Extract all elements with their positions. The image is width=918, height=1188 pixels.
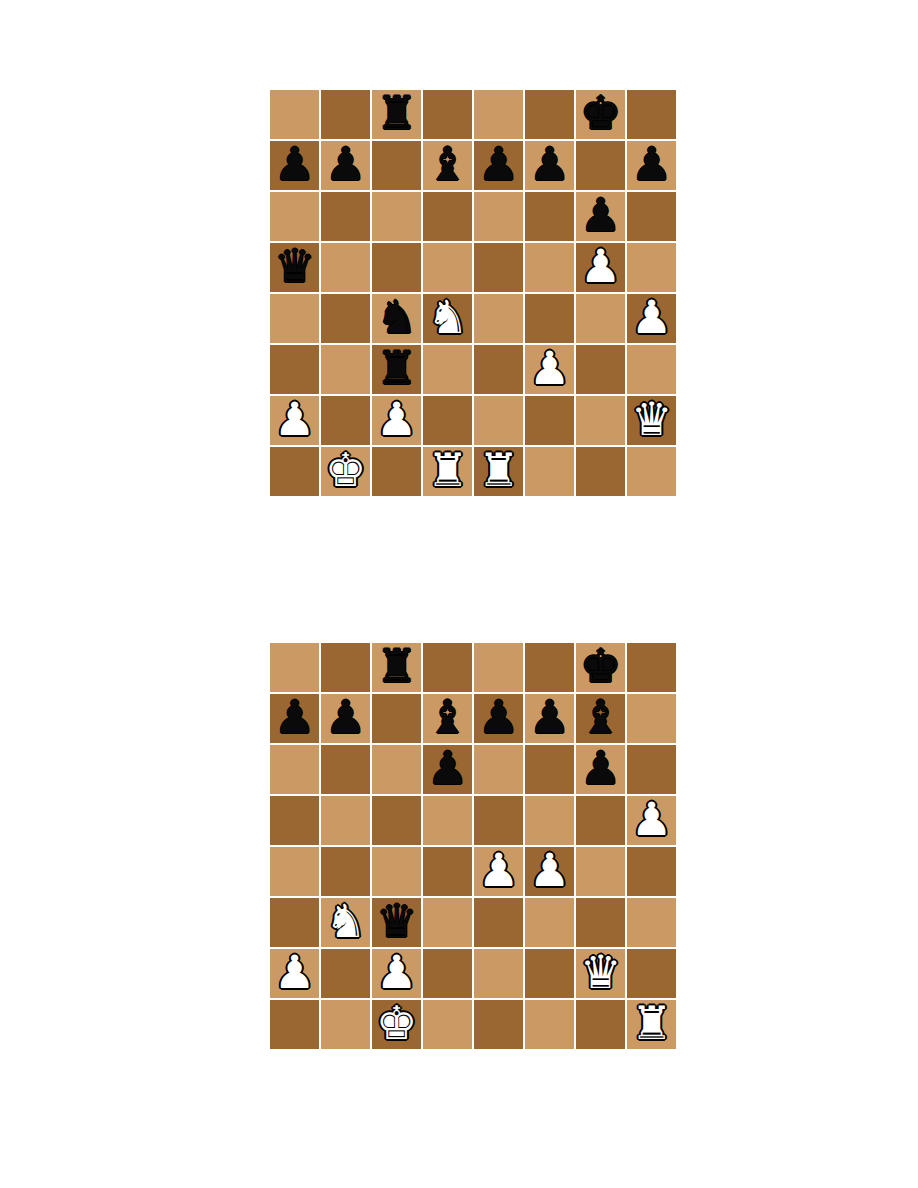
square-a6: [270, 192, 319, 241]
square-h1: ♜: [627, 1000, 676, 1049]
square-c7: [372, 141, 421, 190]
chess-board-top: ♜♚♟♟♝♟♟♟♟♛♟♞♞♟♜♟♟♟♛♚♜♜: [270, 90, 676, 496]
square-b8: [321, 90, 370, 139]
square-b3: [321, 345, 370, 394]
black-king: ♚: [580, 643, 621, 691]
square-e6: [474, 192, 523, 241]
square-g5: [576, 796, 625, 845]
white-pawn: ♟: [631, 796, 672, 844]
square-d4: [423, 847, 472, 896]
square-a2: ♟: [270, 949, 319, 998]
black-pawn: ♟: [529, 141, 570, 189]
square-h4: ♟: [627, 294, 676, 343]
square-c8: ♜: [372, 90, 421, 139]
square-d6: [423, 192, 472, 241]
square-f8: [525, 643, 574, 692]
square-h3: [627, 345, 676, 394]
square-f1: [525, 447, 574, 496]
square-f4: [525, 294, 574, 343]
black-bishop: ♝: [580, 694, 621, 742]
square-a3: [270, 345, 319, 394]
square-b3: ♞: [321, 898, 370, 947]
square-g1: [576, 447, 625, 496]
square-g8: ♚: [576, 90, 625, 139]
square-g2: [576, 396, 625, 445]
square-d5: [423, 243, 472, 292]
square-b7: ♟: [321, 141, 370, 190]
square-a7: ♟: [270, 694, 319, 743]
square-d6: ♟: [423, 745, 472, 794]
black-bishop: ♝: [427, 141, 468, 189]
square-a7: ♟: [270, 141, 319, 190]
black-pawn: ♟: [325, 141, 366, 189]
square-h2: ♛: [627, 396, 676, 445]
white-king: ♚: [376, 1000, 417, 1048]
square-e6: [474, 745, 523, 794]
square-d1: [423, 1000, 472, 1049]
square-g4: [576, 294, 625, 343]
square-e7: ♟: [474, 141, 523, 190]
square-g3: [576, 345, 625, 394]
square-e1: ♜: [474, 447, 523, 496]
square-a5: [270, 796, 319, 845]
square-f2: [525, 396, 574, 445]
black-pawn: ♟: [631, 141, 672, 189]
square-h1: [627, 447, 676, 496]
square-c8: ♜: [372, 643, 421, 692]
black-pawn: ♟: [427, 745, 468, 793]
square-g1: [576, 1000, 625, 1049]
square-b5: [321, 243, 370, 292]
black-bishop: ♝: [427, 694, 468, 742]
square-e4: ♟: [474, 847, 523, 896]
white-knight: ♞: [427, 294, 468, 342]
white-pawn: ♟: [478, 847, 519, 895]
white-queen: ♛: [631, 396, 672, 444]
square-d5: [423, 796, 472, 845]
square-d3: [423, 345, 472, 394]
square-f6: [525, 745, 574, 794]
white-pawn: ♟: [376, 949, 417, 997]
document-page: ♜♚♟♟♝♟♟♟♟♛♟♞♞♟♜♟♟♟♛♚♜♜ ♜♚♟♟♝♟♟♝♟♟♟♟♟♞♛♟♟…: [0, 0, 918, 1188]
square-d2: [423, 396, 472, 445]
square-c1: ♚: [372, 1000, 421, 1049]
black-pawn: ♟: [274, 694, 315, 742]
square-d8: [423, 90, 472, 139]
square-g7: ♝: [576, 694, 625, 743]
square-f8: [525, 90, 574, 139]
square-a1: [270, 447, 319, 496]
black-pawn: ♟: [529, 694, 570, 742]
square-d2: [423, 949, 472, 998]
square-d1: ♜: [423, 447, 472, 496]
square-c3: ♜: [372, 345, 421, 394]
square-g5: ♟: [576, 243, 625, 292]
square-a4: [270, 294, 319, 343]
square-a3: [270, 898, 319, 947]
square-b8: [321, 643, 370, 692]
square-e2: [474, 396, 523, 445]
square-e3: [474, 345, 523, 394]
square-b1: [321, 1000, 370, 1049]
square-h6: [627, 192, 676, 241]
square-b2: [321, 396, 370, 445]
square-e3: [474, 898, 523, 947]
square-a5: ♛: [270, 243, 319, 292]
white-pawn: ♟: [529, 345, 570, 393]
square-g7: [576, 141, 625, 190]
square-c7: [372, 694, 421, 743]
square-h4: [627, 847, 676, 896]
square-b1: ♚: [321, 447, 370, 496]
white-rook: ♜: [478, 447, 519, 495]
square-g2: ♛: [576, 949, 625, 998]
square-e5: [474, 796, 523, 845]
white-pawn: ♟: [274, 949, 315, 997]
square-c4: ♞: [372, 294, 421, 343]
square-h8: [627, 643, 676, 692]
square-f2: [525, 949, 574, 998]
square-g4: [576, 847, 625, 896]
square-g6: ♟: [576, 745, 625, 794]
black-queen: ♛: [274, 243, 315, 291]
square-f7: ♟: [525, 141, 574, 190]
square-c6: [372, 745, 421, 794]
square-d8: [423, 643, 472, 692]
square-c2: ♟: [372, 396, 421, 445]
square-b6: [321, 745, 370, 794]
black-knight: ♞: [376, 294, 417, 342]
white-rook: ♜: [427, 447, 468, 495]
white-pawn: ♟: [376, 396, 417, 444]
square-e8: [474, 643, 523, 692]
square-h5: [627, 243, 676, 292]
square-d7: ♝: [423, 694, 472, 743]
square-h5: ♟: [627, 796, 676, 845]
white-rook: ♜: [631, 1000, 672, 1048]
square-f3: [525, 898, 574, 947]
square-e5: [474, 243, 523, 292]
white-pawn: ♟: [529, 847, 570, 895]
square-c4: [372, 847, 421, 896]
black-queen: ♛: [376, 898, 417, 946]
black-pawn: ♟: [478, 694, 519, 742]
square-a8: [270, 90, 319, 139]
square-e7: ♟: [474, 694, 523, 743]
square-c6: [372, 192, 421, 241]
white-knight: ♞: [325, 898, 366, 946]
black-pawn: ♟: [274, 141, 315, 189]
chess-board-bottom: ♜♚♟♟♝♟♟♝♟♟♟♟♟♞♛♟♟♛♚♜: [270, 643, 676, 1049]
square-e8: [474, 90, 523, 139]
square-d7: ♝: [423, 141, 472, 190]
square-h6: [627, 745, 676, 794]
square-b4: [321, 294, 370, 343]
square-f4: ♟: [525, 847, 574, 896]
white-pawn: ♟: [274, 396, 315, 444]
square-f5: [525, 243, 574, 292]
square-b7: ♟: [321, 694, 370, 743]
square-f7: ♟: [525, 694, 574, 743]
square-g8: ♚: [576, 643, 625, 692]
square-a2: ♟: [270, 396, 319, 445]
square-f1: [525, 1000, 574, 1049]
black-king: ♚: [580, 90, 621, 138]
square-h7: [627, 694, 676, 743]
square-b5: [321, 796, 370, 845]
square-c2: ♟: [372, 949, 421, 998]
black-pawn: ♟: [580, 192, 621, 240]
square-f6: [525, 192, 574, 241]
square-f3: ♟: [525, 345, 574, 394]
square-c3: ♛: [372, 898, 421, 947]
square-b2: [321, 949, 370, 998]
square-d4: ♞: [423, 294, 472, 343]
black-rook: ♜: [376, 90, 417, 138]
white-king: ♚: [325, 447, 366, 495]
square-g3: [576, 898, 625, 947]
square-f5: [525, 796, 574, 845]
square-c5: [372, 243, 421, 292]
square-h7: ♟: [627, 141, 676, 190]
square-h8: [627, 90, 676, 139]
white-pawn: ♟: [580, 243, 621, 291]
black-rook: ♜: [376, 345, 417, 393]
square-a8: [270, 643, 319, 692]
black-pawn: ♟: [325, 694, 366, 742]
square-c1: [372, 447, 421, 496]
square-h3: [627, 898, 676, 947]
square-c5: [372, 796, 421, 845]
square-e2: [474, 949, 523, 998]
black-pawn: ♟: [580, 745, 621, 793]
black-pawn: ♟: [478, 141, 519, 189]
square-b4: [321, 847, 370, 896]
white-pawn: ♟: [631, 294, 672, 342]
square-e1: [474, 1000, 523, 1049]
white-queen: ♛: [580, 949, 621, 997]
square-g6: ♟: [576, 192, 625, 241]
square-a4: [270, 847, 319, 896]
square-a1: [270, 1000, 319, 1049]
square-d3: [423, 898, 472, 947]
black-rook: ♜: [376, 643, 417, 691]
square-e4: [474, 294, 523, 343]
square-b6: [321, 192, 370, 241]
square-a6: [270, 745, 319, 794]
square-h2: [627, 949, 676, 998]
